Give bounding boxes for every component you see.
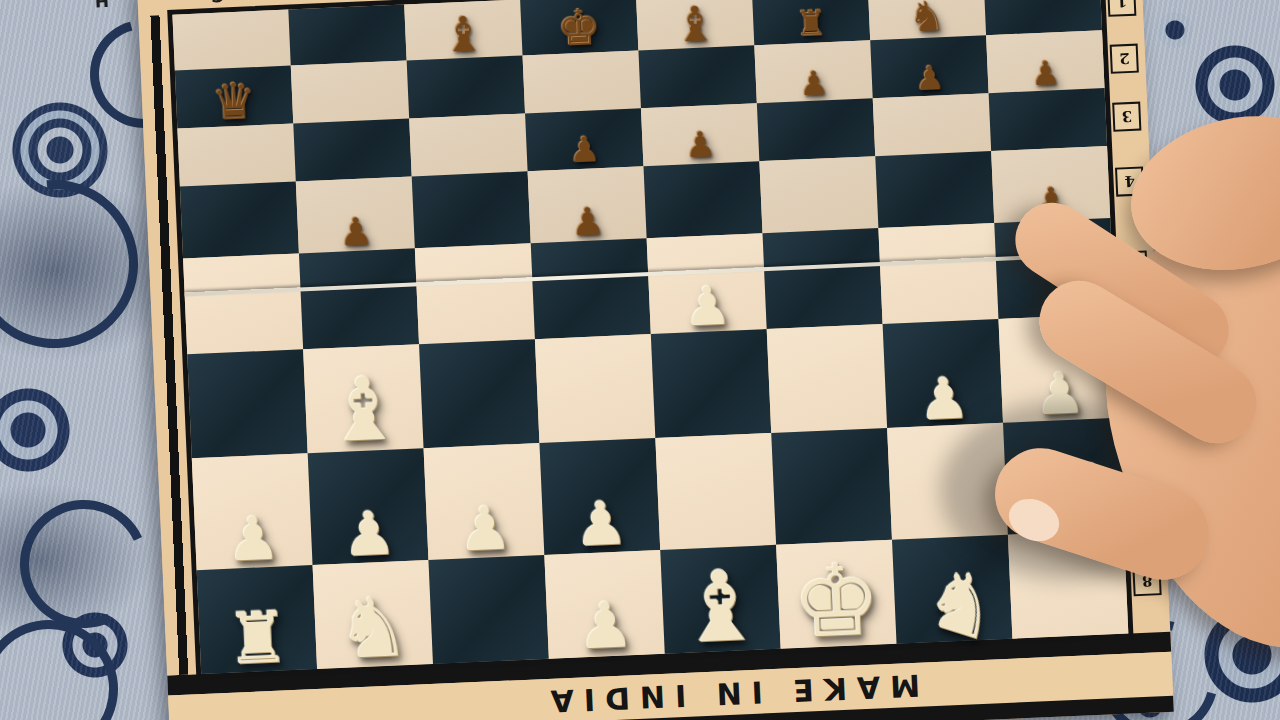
dark-bishop-d1[interactable]: ♝: [673, 3, 718, 46]
square-c4[interactable]: [759, 156, 878, 233]
square-f6[interactable]: [419, 339, 539, 448]
rank-label-3: 3: [1112, 101, 1141, 131]
square-d6[interactable]: [651, 329, 771, 438]
dark-pawn-e3[interactable]: ♟: [568, 135, 601, 166]
white-bishop-g6[interactable]: ♝: [323, 372, 404, 449]
square-c3[interactable]: [757, 98, 875, 161]
square-b2[interactable]: ♟: [870, 35, 988, 98]
dark-pawn-e4[interactable]: ♟: [570, 205, 605, 239]
square-g5[interactable]: [299, 248, 419, 349]
white-king-c8[interactable]: ♚: [790, 557, 882, 645]
square-g1[interactable]: [288, 5, 406, 66]
white-rook-h8[interactable]: ♜: [225, 607, 291, 670]
square-f3[interactable]: [409, 113, 527, 176]
square-f1[interactable]: ♝: [404, 0, 522, 61]
square-h4[interactable]: [180, 181, 299, 258]
white-pawn-d5[interactable]: ♟: [683, 283, 732, 330]
photo-stage: HGFEDCBA ♝♚♝♜♞♛♟♟♟♟♟♟♟♟♟♝♟♟♟♟♟♟♛♜♞♟♝♚♞ 1…: [0, 0, 1280, 720]
carpet-swirl: [0, 592, 146, 720]
dark-pawn-c2[interactable]: ♟: [799, 69, 830, 98]
square-d4[interactable]: [643, 161, 762, 238]
square-f8[interactable]: [428, 555, 548, 664]
white-pawn-f7[interactable]: ♟: [457, 502, 513, 555]
white-pawn-e8[interactable]: ♟: [576, 599, 635, 655]
dark-pawn-b2[interactable]: ♟: [915, 64, 946, 93]
square-h8[interactable]: ♜: [197, 565, 317, 674]
square-c5[interactable]: [763, 228, 883, 329]
square-c2[interactable]: ♟: [754, 40, 872, 103]
square-d3[interactable]: ♟: [641, 103, 759, 166]
square-d5[interactable]: ♟: [647, 233, 767, 334]
square-g3[interactable]: [293, 118, 411, 181]
square-h6[interactable]: [187, 349, 307, 458]
rank-label-1: 1: [1107, 0, 1136, 16]
square-a3[interactable]: [989, 88, 1107, 151]
square-b4[interactable]: [875, 151, 994, 228]
square-h5[interactable]: [183, 253, 303, 354]
carpet-swirl: [2, 482, 166, 646]
square-e8[interactable]: ♟: [544, 550, 664, 659]
dark-knight-b1[interactable]: ♞: [908, 0, 946, 36]
dark-queen-h2[interactable]: ♛: [211, 80, 258, 124]
square-h1[interactable]: [172, 10, 290, 71]
dark-pawn-a2[interactable]: ♟: [1030, 59, 1061, 88]
dark-rook-c1[interactable]: ♜: [795, 9, 828, 40]
square-e4[interactable]: ♟: [528, 166, 647, 243]
square-d8[interactable]: ♝: [660, 545, 780, 654]
square-b6[interactable]: ♟: [883, 319, 1003, 428]
square-c6[interactable]: [767, 324, 887, 433]
dark-pawn-d3[interactable]: ♟: [684, 130, 717, 161]
square-h7[interactable]: ♟: [192, 453, 313, 570]
rank-label-2: 2: [1110, 43, 1139, 73]
square-b1[interactable]: ♞: [868, 0, 986, 40]
square-g2[interactable]: [291, 61, 409, 124]
square-f2[interactable]: [407, 55, 525, 118]
square-a2[interactable]: ♟: [986, 30, 1104, 93]
square-e7[interactable]: ♟: [539, 438, 660, 555]
square-c7[interactable]: [771, 428, 892, 545]
square-b5[interactable]: [878, 223, 998, 324]
white-bishop-d8[interactable]: ♝: [676, 564, 766, 650]
square-g8[interactable]: ♞: [313, 560, 433, 669]
square-h3[interactable]: [177, 124, 295, 187]
dark-bishop-f1[interactable]: ♝: [441, 13, 486, 56]
square-d1[interactable]: ♝: [636, 0, 754, 50]
folding-chess-board: HGFEDCBA ♝♚♝♜♞♛♟♟♟♟♟♟♟♟♟♝♟♟♟♟♟♟♛♜♞♟♝♚♞ 1…: [137, 0, 1174, 720]
square-e6[interactable]: [535, 334, 655, 443]
square-c8[interactable]: ♚: [776, 540, 896, 649]
square-d2[interactable]: [638, 45, 756, 108]
file-label-g: G: [210, 0, 225, 6]
square-f7[interactable]: ♟: [424, 443, 545, 560]
square-d7[interactable]: [655, 433, 776, 550]
square-g6[interactable]: ♝: [303, 344, 423, 453]
dark-king-e1[interactable]: ♚: [557, 7, 603, 51]
square-e1[interactable]: ♚: [520, 0, 638, 55]
board-squares: ♝♚♝♜♞♛♟♟♟♟♟♟♟♟♟♝♟♟♟♟♟♟♛♜♞♟♝♚♞: [172, 0, 1128, 674]
square-e2[interactable]: [523, 50, 641, 113]
white-pawn-e7[interactable]: ♟: [573, 497, 629, 550]
white-pawn-g7[interactable]: ♟: [341, 507, 397, 560]
file-label-f: F: [327, 0, 339, 1]
square-h2[interactable]: ♛: [175, 66, 293, 129]
square-c1[interactable]: ♜: [752, 0, 870, 45]
white-pawn-h7[interactable]: ♟: [225, 512, 281, 565]
dark-pawn-g4[interactable]: ♟: [338, 215, 373, 249]
square-f4[interactable]: [412, 171, 531, 248]
square-g7[interactable]: ♟: [308, 448, 429, 565]
white-knight-g8[interactable]: ♞: [335, 592, 411, 665]
square-f5[interactable]: [415, 243, 535, 344]
white-pawn-b6[interactable]: ♟: [917, 373, 970, 424]
file-label-h: H: [94, 0, 109, 11]
square-g4[interactable]: ♟: [296, 176, 415, 253]
white-knight-b8[interactable]: ♞: [917, 560, 1008, 649]
square-e5[interactable]: [531, 238, 651, 339]
square-b3[interactable]: [873, 93, 991, 156]
chess-board-scene: HGFEDCBA ♝♚♝♜♞♛♟♟♟♟♟♟♟♟♟♝♟♟♟♟♟♟♛♜♞♟♝♚♞ 1…: [137, 0, 1174, 720]
square-e3[interactable]: ♟: [525, 108, 643, 171]
